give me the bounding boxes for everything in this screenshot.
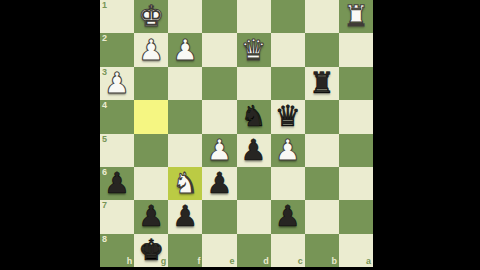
square-c1[interactable]	[271, 0, 305, 33]
square-h6[interactable]: 6♟	[100, 167, 134, 200]
square-a5[interactable]	[339, 134, 373, 167]
square-a3[interactable]	[339, 67, 373, 100]
white-pawn[interactable]: ♟	[202, 134, 236, 167]
rank-label-8: 8	[102, 235, 107, 244]
white-knight[interactable]: ♞	[168, 167, 202, 200]
square-g5[interactable]	[134, 134, 168, 167]
square-h5[interactable]: 5	[100, 134, 134, 167]
file-label-c: c	[298, 257, 303, 266]
file-label-b: b	[331, 257, 337, 266]
square-d6[interactable]	[237, 167, 271, 200]
file-label-e: e	[229, 257, 234, 266]
file-label-d: d	[263, 257, 269, 266]
square-h3[interactable]: 3♟	[100, 67, 134, 100]
square-g4[interactable]	[134, 100, 168, 133]
square-e6[interactable]: ♟	[202, 167, 236, 200]
black-queen[interactable]: ♛	[271, 100, 305, 133]
square-f3[interactable]	[168, 67, 202, 100]
square-g1[interactable]: ♚	[134, 0, 168, 33]
square-b6[interactable]	[305, 167, 339, 200]
white-pawn[interactable]: ♟	[168, 33, 202, 66]
square-c8[interactable]: c	[271, 234, 305, 267]
white-pawn[interactable]: ♟	[134, 33, 168, 66]
black-pawn[interactable]: ♟	[271, 200, 305, 233]
square-e8[interactable]: e	[202, 234, 236, 267]
square-d8[interactable]: d	[237, 234, 271, 267]
square-d3[interactable]	[237, 67, 271, 100]
square-b2[interactable]	[305, 33, 339, 66]
square-f5[interactable]	[168, 134, 202, 167]
square-b4[interactable]	[305, 100, 339, 133]
square-c3[interactable]	[271, 67, 305, 100]
square-e7[interactable]	[202, 200, 236, 233]
square-b3[interactable]: ♜	[305, 67, 339, 100]
square-c6[interactable]	[271, 167, 305, 200]
square-h8[interactable]: 8h	[100, 234, 134, 267]
square-c7[interactable]: ♟	[271, 200, 305, 233]
letterbox-background: 1♚♜2♟♟♛3♟♜4♞♛5♟♟♟6♟♞♟7♟♟♟8hg♚fedcba	[0, 0, 480, 270]
square-g3[interactable]	[134, 67, 168, 100]
black-pawn[interactable]: ♟	[134, 200, 168, 233]
file-label-h: h	[127, 257, 133, 266]
square-h4[interactable]: 4	[100, 100, 134, 133]
black-pawn[interactable]: ♟	[237, 134, 271, 167]
square-c4[interactable]: ♛	[271, 100, 305, 133]
square-c5[interactable]: ♟	[271, 134, 305, 167]
square-d2[interactable]: ♛	[237, 33, 271, 66]
white-king[interactable]: ♚	[134, 0, 168, 33]
square-a4[interactable]	[339, 100, 373, 133]
square-b7[interactable]	[305, 200, 339, 233]
rank-label-7: 7	[102, 201, 107, 210]
square-d1[interactable]	[237, 0, 271, 33]
square-a2[interactable]	[339, 33, 373, 66]
black-pawn[interactable]: ♟	[100, 167, 134, 200]
white-pawn[interactable]: ♟	[100, 67, 134, 100]
rank-label-5: 5	[102, 135, 107, 144]
file-label-f: f	[197, 257, 200, 266]
square-d7[interactable]	[237, 200, 271, 233]
white-queen[interactable]: ♛	[237, 33, 271, 66]
square-f7[interactable]: ♟	[168, 200, 202, 233]
square-g6[interactable]	[134, 167, 168, 200]
square-e2[interactable]	[202, 33, 236, 66]
square-h1[interactable]: 1	[100, 0, 134, 33]
square-e5[interactable]: ♟	[202, 134, 236, 167]
white-rook[interactable]: ♜	[339, 0, 373, 33]
square-h7[interactable]: 7	[100, 200, 134, 233]
rank-label-2: 2	[102, 34, 107, 43]
white-pawn[interactable]: ♟	[271, 134, 305, 167]
rank-label-1: 1	[102, 1, 107, 10]
black-king[interactable]: ♚	[134, 234, 168, 267]
square-f4[interactable]	[168, 100, 202, 133]
square-e1[interactable]	[202, 0, 236, 33]
square-a1[interactable]: ♜	[339, 0, 373, 33]
square-c2[interactable]	[271, 33, 305, 66]
square-g2[interactable]: ♟	[134, 33, 168, 66]
square-b1[interactable]	[305, 0, 339, 33]
square-a8[interactable]: a	[339, 234, 373, 267]
square-f6[interactable]: ♞	[168, 167, 202, 200]
square-f8[interactable]: f	[168, 234, 202, 267]
black-pawn[interactable]: ♟	[202, 167, 236, 200]
black-rook[interactable]: ♜	[305, 67, 339, 100]
square-h2[interactable]: 2	[100, 33, 134, 66]
square-d5[interactable]: ♟	[237, 134, 271, 167]
square-b5[interactable]	[305, 134, 339, 167]
square-g7[interactable]: ♟	[134, 200, 168, 233]
square-d4[interactable]: ♞	[237, 100, 271, 133]
black-knight[interactable]: ♞	[237, 100, 271, 133]
black-pawn[interactable]: ♟	[168, 200, 202, 233]
square-f2[interactable]: ♟	[168, 33, 202, 66]
square-a6[interactable]	[339, 167, 373, 200]
square-g8[interactable]: g♚	[134, 234, 168, 267]
file-label-a: a	[366, 257, 371, 266]
square-b8[interactable]: b	[305, 234, 339, 267]
square-f1[interactable]	[168, 0, 202, 33]
chess-board[interactable]: 1♚♜2♟♟♛3♟♜4♞♛5♟♟♟6♟♞♟7♟♟♟8hg♚fedcba	[100, 0, 373, 267]
square-a7[interactable]	[339, 200, 373, 233]
rank-label-4: 4	[102, 101, 107, 110]
square-e4[interactable]	[202, 100, 236, 133]
square-e3[interactable]	[202, 67, 236, 100]
